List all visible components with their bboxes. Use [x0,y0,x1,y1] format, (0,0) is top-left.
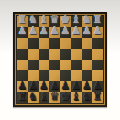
square [28,49,39,60]
chessboard-photo: ♜♞♝♛♚♝♞♜♟♟♟♟♟♟♟♟♟♟♟♟♟♟♟♟♜♞♝♛♚♝♞♜ [0,0,120,120]
chess-piece-bK: ♚ [60,92,70,102]
chess-piece-bR: ♜ [17,92,27,102]
square [60,60,71,71]
square: ♛ [49,92,60,103]
chess-piece-bB: ♝ [39,92,49,102]
square: ♟ [49,27,60,38]
square [39,49,50,60]
board-frame: ♜♞♝♛♚♝♞♜♟♟♟♟♟♟♟♟♟♟♟♟♟♟♟♟♜♞♝♛♚♝♞♜ [13,12,107,107]
chess-piece-bB: ♝ [71,92,81,102]
chess-piece-wP: ♟ [39,26,49,36]
square: ♚ [60,92,71,103]
square [39,38,50,49]
square: ♟ [71,27,82,38]
square [92,60,103,71]
square: ♟ [82,27,93,38]
square: ♞ [28,92,39,103]
square [17,49,28,60]
square: ♟ [17,27,28,38]
square [92,38,103,49]
chess-piece-wP: ♟ [60,26,70,36]
chess-piece-bR: ♜ [93,92,103,102]
square [71,49,82,60]
square [60,38,71,49]
chess-piece-wP: ♟ [50,26,60,36]
chess-piece-bN: ♞ [82,92,92,102]
chess-piece-wP: ♟ [17,26,27,36]
square [49,60,60,71]
square [92,49,103,60]
square [82,60,93,71]
square [17,60,28,71]
square [39,60,50,71]
chess-piece-wP: ♟ [93,26,103,36]
square [49,49,60,60]
chess-piece-bQ: ♛ [50,92,60,102]
square [82,38,93,49]
square [17,38,28,49]
square: ♜ [92,92,103,103]
square: ♜ [17,92,28,103]
square: ♝ [71,92,82,103]
square: ♟ [28,27,39,38]
chess-piece-wP: ♟ [71,26,81,36]
square [28,60,39,71]
square: ♟ [92,27,103,38]
board-brass-margin: ♜♞♝♛♚♝♞♜♟♟♟♟♟♟♟♟♟♟♟♟♟♟♟♟♜♞♝♛♚♝♞♜ [15,14,105,105]
square [71,38,82,49]
square: ♝ [39,92,50,103]
square: ♞ [82,92,93,103]
square: ♟ [39,27,50,38]
square [28,38,39,49]
square [60,49,71,60]
square: ♟ [60,27,71,38]
chess-piece-wP: ♟ [82,26,92,36]
chess-board: ♜♞♝♛♚♝♞♜♟♟♟♟♟♟♟♟♟♟♟♟♟♟♟♟♜♞♝♛♚♝♞♜ [17,16,103,103]
square [49,38,60,49]
chess-piece-bN: ♞ [28,92,38,102]
chess-piece-wP: ♟ [28,26,38,36]
square [82,49,93,60]
square [71,60,82,71]
